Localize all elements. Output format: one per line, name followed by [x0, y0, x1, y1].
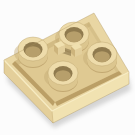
lego-tile-2x2-inverted-illustration	[0, 0, 135, 135]
anti-stud-tube-right	[87, 42, 117, 73]
tube-hole-floor	[66, 31, 82, 42]
tube-hole-floor	[55, 70, 71, 81]
anti-stud-tube-left	[18, 37, 48, 68]
product-image-stage	[0, 0, 135, 135]
tube-hole-floor	[94, 51, 110, 62]
anti-stud-tube-bottom	[48, 61, 78, 92]
